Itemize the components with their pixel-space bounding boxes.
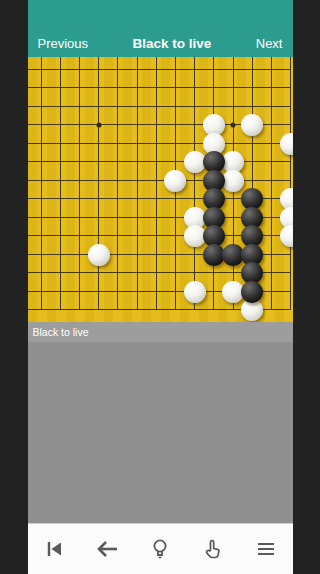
menu-icon bbox=[254, 537, 278, 561]
black-stone[interactable] bbox=[241, 281, 263, 303]
problem-panel-body bbox=[28, 342, 293, 523]
white-stone[interactable] bbox=[164, 170, 186, 192]
hand-tool-button[interactable] bbox=[187, 524, 240, 574]
grid-vline bbox=[137, 57, 138, 310]
white-stone[interactable] bbox=[88, 244, 110, 266]
grid-vline bbox=[156, 57, 157, 310]
grid-vline bbox=[60, 57, 61, 310]
page-title: Black to live bbox=[133, 37, 212, 51]
bottom-toolbar bbox=[28, 523, 293, 574]
star-point bbox=[96, 122, 101, 127]
grid-vline bbox=[194, 57, 195, 310]
white-stone[interactable] bbox=[222, 170, 244, 192]
back-arrow-icon bbox=[94, 537, 120, 561]
previous-button[interactable]: Previous bbox=[38, 37, 89, 50]
white-stone[interactable] bbox=[241, 114, 263, 136]
problem-label: Black to live bbox=[33, 326, 89, 338]
grid-vline bbox=[271, 57, 272, 310]
grid-vline bbox=[117, 57, 118, 310]
hint-lightbulb-icon bbox=[148, 537, 172, 561]
menu-button[interactable] bbox=[240, 524, 293, 574]
grid-vline bbox=[98, 57, 99, 310]
problem-label-strip: Black to live bbox=[28, 322, 293, 342]
grid-vline bbox=[290, 57, 291, 310]
header-bar: Previous Black to live Next bbox=[28, 0, 293, 57]
app-screen: Previous Black to live Next Black to liv… bbox=[28, 0, 293, 574]
hand-pointer-icon bbox=[201, 537, 225, 561]
grid-vline bbox=[79, 57, 80, 310]
go-board[interactable] bbox=[28, 57, 293, 322]
grid-vline bbox=[41, 57, 42, 310]
go-to-start-button[interactable] bbox=[28, 524, 81, 574]
back-button[interactable] bbox=[81, 524, 134, 574]
next-button[interactable]: Next bbox=[256, 37, 283, 50]
hint-button[interactable] bbox=[134, 524, 187, 574]
star-point bbox=[231, 122, 236, 127]
white-stone[interactable] bbox=[184, 281, 206, 303]
go-to-start-icon bbox=[42, 537, 66, 561]
